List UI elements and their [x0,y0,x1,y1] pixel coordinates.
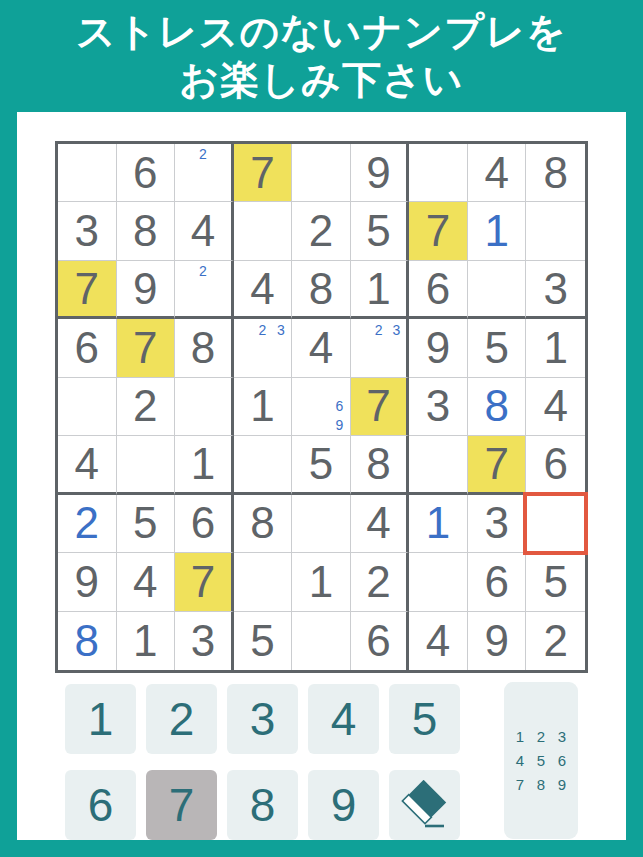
cell-r9c2[interactable]: 1 [117,612,176,670]
given-digit: 2 [366,560,390,604]
given-digit: 7 [366,384,390,428]
given-digit: 7 [484,442,508,486]
given-digit: 7 [426,209,450,253]
cell-r2c5[interactable]: 2 [292,202,351,260]
cell-r4c6[interactable]: 23 [351,319,410,377]
pencil-mark-2: 2 [370,320,388,338]
cell-r8c5[interactable]: 1 [292,553,351,611]
cell-r5c2[interactable]: 2 [117,378,176,436]
pencil-panel-digit-6: 6 [552,749,573,773]
given-digit: 5 [309,442,333,486]
given-digit: 6 [426,267,450,311]
given-digit: 1 [250,384,274,428]
given-digit: 7 [133,326,157,370]
cell-r7c4[interactable]: 8 [234,495,293,553]
cell-r8c7[interactable] [409,553,468,611]
cell-r5c3[interactable] [175,378,234,436]
cell-r2c3[interactable]: 4 [175,202,234,260]
user-digit: 1 [484,209,508,253]
given-digit: 6 [191,501,215,545]
cell-r9c9[interactable]: 2 [526,612,585,670]
cell-r1c3[interactable]: 2 [175,144,234,202]
cell-r5c9[interactable]: 4 [526,378,585,436]
cell-r5c4[interactable]: 1 [234,378,293,436]
given-digit: 9 [366,151,390,195]
cell-r9c5[interactable] [292,612,351,670]
pencil-mark-9: 9 [330,416,349,434]
pencil-marks: 2 [176,262,230,315]
given-digit: 7 [250,151,274,195]
cell-r3c4[interactable]: 4 [234,261,293,319]
cell-r5c8[interactable]: 8 [468,378,527,436]
header-banner: ストレスのないナンプレを お楽しみ下さい [0,0,643,112]
cell-r9c7[interactable]: 4 [409,612,468,670]
sudoku-grid: 6279483842571792481636782342395121697384… [55,141,588,673]
numpad-button-4[interactable]: 4 [308,684,379,754]
given-digit: 4 [366,501,390,545]
given-digit: 1 [366,267,390,311]
given-digit: 5 [366,209,390,253]
given-digit: 7 [191,560,215,604]
given-digit: 6 [543,442,567,486]
cell-r7c2[interactable]: 5 [117,495,176,553]
given-digit: 4 [191,209,215,253]
cell-r1c2[interactable]: 6 [117,144,176,202]
pencil-panel-digit-8: 8 [531,773,552,797]
user-digit: 8 [75,619,99,663]
given-digit: 6 [75,326,99,370]
pencil-panel-digit-9: 9 [552,773,573,797]
cell-r2c8[interactable]: 1 [468,202,527,260]
cell-r3c2[interactable]: 9 [117,261,176,319]
cell-r6c2[interactable] [117,436,176,494]
given-digit: 9 [484,619,508,663]
cell-r2c2[interactable]: 8 [117,202,176,260]
pencil-panel-digit-1: 1 [510,725,531,749]
cell-r6c1[interactable]: 4 [58,436,117,494]
pencil-marks: 23 [235,320,291,375]
given-digit: 4 [250,267,274,311]
cell-r3c3[interactable]: 2 [175,261,234,319]
cell-r5c5[interactable]: 69 [292,378,351,436]
given-digit: 5 [133,501,157,545]
cell-r3c9[interactable]: 3 [526,261,585,319]
cell-r9c1[interactable]: 8 [58,612,117,670]
pencil-mark-3: 3 [387,320,405,338]
cell-r7c8[interactable]: 3 [468,495,527,553]
frame-right [626,112,643,857]
given-digit: 1 [543,326,567,370]
given-digit: 2 [133,384,157,428]
cell-r7c3[interactable]: 6 [175,495,234,553]
app-screen: ストレスのないナンプレを お楽しみ下さい 6279483842571792481… [0,0,643,857]
numpad-button-9[interactable]: 9 [308,770,379,840]
given-digit: 4 [484,151,508,195]
cell-r7c1[interactable]: 2 [58,495,117,553]
pencil-mark-2: 2 [194,145,212,163]
given-digit: 6 [366,619,390,663]
cell-r8c4[interactable] [234,553,293,611]
pencil-mark-2: 2 [194,262,212,280]
cell-r7c5[interactable] [292,495,351,553]
pencil-mark-2: 2 [253,320,272,338]
given-digit: 6 [133,151,157,195]
user-digit: 8 [484,384,508,428]
cell-r7c7[interactable]: 1 [409,495,468,553]
given-digit: 8 [133,209,157,253]
cell-r8c6[interactable]: 2 [351,553,410,611]
given-digit: 4 [426,619,450,663]
cell-r3c6[interactable]: 1 [351,261,410,319]
given-digit: 1 [191,442,215,486]
frame-bottom [0,840,643,857]
cell-r3c7[interactable]: 6 [409,261,468,319]
given-digit: 4 [75,442,99,486]
cell-r9c4[interactable]: 5 [234,612,293,670]
cell-r6c5[interactable]: 5 [292,436,351,494]
given-digit: 3 [191,619,215,663]
given-digit: 9 [133,267,157,311]
header-line1: ストレスのないナンプレを [0,8,643,56]
given-digit: 4 [543,384,567,428]
cell-r8c9[interactable]: 5 [526,553,585,611]
cell-r1c4[interactable]: 7 [234,144,293,202]
given-digit: 8 [309,267,333,311]
pencil-marks: 23 [352,320,406,375]
cell-r4c9[interactable]: 1 [526,319,585,377]
cell-r8c2[interactable]: 4 [117,553,176,611]
cell-r4c7[interactable]: 9 [409,319,468,377]
cell-r2c7[interactable]: 7 [409,202,468,260]
pencil-panel-digit-7: 7 [510,773,531,797]
cell-r1c1[interactable] [58,144,117,202]
cell-r3c1[interactable]: 7 [58,261,117,319]
cell-r4c3[interactable]: 8 [175,319,234,377]
given-digit: 3 [543,267,567,311]
given-digit: 4 [133,560,157,604]
given-digit: 1 [133,619,157,663]
numpad-button-7[interactable]: 7 [146,770,217,840]
cell-r1c7[interactable] [409,144,468,202]
cell-r6c7[interactable] [409,436,468,494]
numpad-button-2[interactable]: 2 [146,684,217,754]
cell-r5c1[interactable] [58,378,117,436]
given-digit: 9 [75,560,99,604]
cell-r9c8[interactable]: 9 [468,612,527,670]
given-digit: 3 [426,384,450,428]
cell-r4c2[interactable]: 7 [117,319,176,377]
cell-r6c6[interactable]: 8 [351,436,410,494]
given-digit: 2 [543,619,567,663]
eraser-button[interactable] [389,770,460,840]
cell-r5c6[interactable]: 7 [351,378,410,436]
user-digit: 2 [75,501,99,545]
given-digit: 8 [543,151,567,195]
pencil-mode-button[interactable]: 123456789 [504,682,578,839]
given-digit: 1 [309,560,333,604]
cell-r6c4[interactable] [234,436,293,494]
cell-r9c3[interactable]: 3 [175,612,234,670]
cell-r1c5[interactable] [292,144,351,202]
given-digit: 3 [75,209,99,253]
cell-r2c4[interactable] [234,202,293,260]
cell-r5c7[interactable]: 3 [409,378,468,436]
cell-r8c1[interactable]: 9 [58,553,117,611]
cell-r2c9[interactable] [526,202,585,260]
cell-r1c6[interactable]: 9 [351,144,410,202]
given-digit: 4 [309,326,333,370]
cell-r6c9[interactable]: 6 [526,436,585,494]
cell-r4c5[interactable]: 4 [292,319,351,377]
given-digit: 5 [484,326,508,370]
given-digit: 5 [250,619,274,663]
given-digit: 9 [426,326,450,370]
user-digit: 1 [426,501,450,545]
given-digit: 5 [543,560,567,604]
header-line2: お楽しみ下さい [0,56,643,104]
cell-r8c8[interactable]: 6 [468,553,527,611]
given-digit: 7 [75,267,99,311]
numpad-button-1[interactable]: 1 [65,684,136,754]
pencil-mark-6: 6 [330,397,349,415]
cell-r3c5[interactable]: 8 [292,261,351,319]
pencil-panel-digit-3: 3 [552,725,573,749]
given-digit: 8 [366,442,390,486]
pencil-marks: 69 [293,379,349,434]
numpad-button-6[interactable]: 6 [65,770,136,840]
pencil-mode-digits: 123456789 [510,725,573,797]
numpad-button-3[interactable]: 3 [227,684,298,754]
pencil-panel-digit-2: 2 [531,725,552,749]
given-digit: 6 [484,560,508,604]
given-digit: 3 [484,501,508,545]
cell-r1c8[interactable]: 4 [468,144,527,202]
numpad-button-8[interactable]: 8 [227,770,298,840]
cell-r1c9[interactable]: 8 [526,144,585,202]
cell-r9c6[interactable]: 6 [351,612,410,670]
cell-r8c3[interactable]: 7 [175,553,234,611]
cell-r2c1[interactable]: 3 [58,202,117,260]
pencil-mark-3: 3 [272,320,291,338]
pencil-panel-digit-5: 5 [531,749,552,773]
pencil-panel-digit-4: 4 [510,749,531,773]
given-digit: 8 [250,501,274,545]
eraser-icon [398,780,452,830]
cell-r6c3[interactable]: 1 [175,436,234,494]
pencil-marks: 2 [176,145,230,200]
given-digit: 2 [309,209,333,253]
frame-left [0,112,17,857]
cell-r6c8[interactable]: 7 [468,436,527,494]
cell-r4c1[interactable]: 6 [58,319,117,377]
given-digit: 8 [191,326,215,370]
cell-r4c4[interactable]: 23 [234,319,293,377]
cell-r3c8[interactable] [468,261,527,319]
cell-r2c6[interactable]: 5 [351,202,410,260]
cell-r7c9[interactable] [526,495,585,553]
cell-r4c8[interactable]: 5 [468,319,527,377]
numpad-button-5[interactable]: 5 [389,684,460,754]
cell-r7c6[interactable]: 4 [351,495,410,553]
